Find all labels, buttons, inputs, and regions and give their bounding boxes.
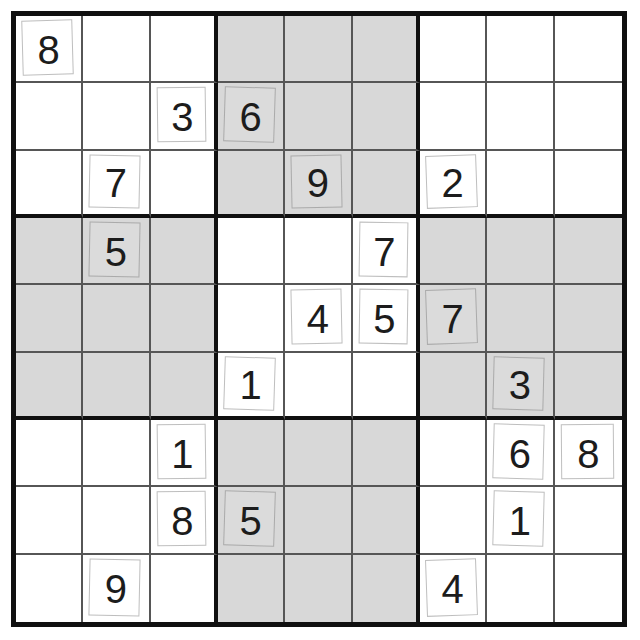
cell-r6c9[interactable]: [555, 353, 622, 420]
cell-r6c6[interactable]: [353, 353, 420, 420]
cell-r3c3[interactable]: [151, 151, 218, 218]
cell-r8c4[interactable]: 5: [218, 487, 285, 554]
given-digit: 1: [171, 432, 193, 474]
given-digit: 1: [240, 363, 262, 405]
given-digit: 4: [442, 567, 464, 609]
cell-r5c5[interactable]: 4: [285, 285, 352, 352]
cell-r5c6[interactable]: 5: [353, 285, 420, 352]
cell-r6c8[interactable]: 3: [487, 353, 554, 420]
cell-r2c7[interactable]: [420, 83, 487, 150]
given-digit: 7: [442, 297, 464, 339]
cell-r9c8[interactable]: [487, 555, 554, 622]
given-digit: 8: [171, 499, 193, 541]
cell-r4c4[interactable]: [218, 218, 285, 285]
cell-r2c5[interactable]: [285, 83, 352, 150]
cell-r4c5[interactable]: [285, 218, 352, 285]
cell-r8c9[interactable]: [555, 487, 622, 554]
cell-r2c4[interactable]: 6: [218, 83, 285, 150]
cell-r1c4[interactable]: [218, 16, 285, 83]
cell-r9c6[interactable]: [353, 555, 420, 622]
given-digit: 4: [307, 297, 329, 339]
cell-r4c7[interactable]: [420, 218, 487, 285]
cell-r7c7[interactable]: [420, 420, 487, 487]
cell-r2c6[interactable]: [353, 83, 420, 150]
cell-r9c9[interactable]: [555, 555, 622, 622]
cell-r6c2[interactable]: [83, 353, 150, 420]
given-digit: 6: [509, 432, 531, 474]
given-digit: 3: [171, 95, 193, 137]
cell-r5c8[interactable]: [487, 285, 554, 352]
cell-r9c1[interactable]: [16, 555, 83, 622]
cell-r9c7[interactable]: 4: [420, 555, 487, 622]
cell-r6c7[interactable]: [420, 353, 487, 420]
cell-r8c2[interactable]: [83, 487, 150, 554]
cell-r7c9[interactable]: 8: [555, 420, 622, 487]
given-digit: 8: [577, 432, 599, 474]
cell-r3c6[interactable]: [353, 151, 420, 218]
cell-r7c8[interactable]: 6: [487, 420, 554, 487]
cell-r5c2[interactable]: [83, 285, 150, 352]
given-digit: 6: [240, 95, 262, 137]
cell-r7c1[interactable]: [16, 420, 83, 487]
cell-r9c3[interactable]: [151, 555, 218, 622]
cell-r6c1[interactable]: [16, 353, 83, 420]
cell-r7c2[interactable]: [83, 420, 150, 487]
cell-r6c5[interactable]: [285, 353, 352, 420]
cell-r3c2[interactable]: 7: [83, 151, 150, 218]
cell-r5c9[interactable]: [555, 285, 622, 352]
given-digit: 8: [38, 28, 60, 70]
cell-r9c4[interactable]: [218, 555, 285, 622]
cell-r8c8[interactable]: 1: [487, 487, 554, 554]
cell-r4c3[interactable]: [151, 218, 218, 285]
cell-r7c3[interactable]: 1: [151, 420, 218, 487]
cell-r2c9[interactable]: [555, 83, 622, 150]
cell-r8c6[interactable]: [353, 487, 420, 554]
given-digit: 5: [105, 230, 127, 272]
cell-r9c5[interactable]: [285, 555, 352, 622]
cell-r7c6[interactable]: [353, 420, 420, 487]
cell-r6c4[interactable]: 1: [218, 353, 285, 420]
cell-r2c3[interactable]: 3: [151, 83, 218, 150]
cell-r4c6[interactable]: 7: [353, 218, 420, 285]
cell-r8c5[interactable]: [285, 487, 352, 554]
cell-r3c8[interactable]: [487, 151, 554, 218]
given-digit: 5: [373, 297, 395, 339]
cell-r8c1[interactable]: [16, 487, 83, 554]
cell-r1c5[interactable]: [285, 16, 352, 83]
sudoku-board: 836792574571316885194: [11, 11, 627, 627]
cell-r3c4[interactable]: [218, 151, 285, 218]
given-digit: 9: [105, 567, 127, 609]
cell-r5c7[interactable]: 7: [420, 285, 487, 352]
cell-r9c2[interactable]: 9: [83, 555, 150, 622]
given-digit: 7: [105, 161, 127, 203]
cell-r3c5[interactable]: 9: [285, 151, 352, 218]
cell-r1c7[interactable]: [420, 16, 487, 83]
given-digit: 9: [307, 161, 329, 203]
cell-r8c7[interactable]: [420, 487, 487, 554]
cell-r1c3[interactable]: [151, 16, 218, 83]
cell-r8c3[interactable]: 8: [151, 487, 218, 554]
given-digit: 5: [240, 499, 262, 541]
cell-r5c1[interactable]: [16, 285, 83, 352]
cell-r5c4[interactable]: [218, 285, 285, 352]
cell-r4c9[interactable]: [555, 218, 622, 285]
cell-r1c8[interactable]: [487, 16, 554, 83]
cell-r4c1[interactable]: [16, 218, 83, 285]
given-digit: 2: [442, 161, 464, 203]
cell-r3c1[interactable]: [16, 151, 83, 218]
cell-r3c7[interactable]: 2: [420, 151, 487, 218]
cell-r4c8[interactable]: [487, 218, 554, 285]
given-digit: 3: [509, 363, 531, 405]
cell-r7c5[interactable]: [285, 420, 352, 487]
cell-r6c3[interactable]: [151, 353, 218, 420]
given-digit: 7: [373, 230, 395, 272]
cell-r1c1[interactable]: 8: [16, 16, 83, 83]
cell-r7c4[interactable]: [218, 420, 285, 487]
cell-r1c6[interactable]: [353, 16, 420, 83]
cell-r4c2[interactable]: 5: [83, 218, 150, 285]
cell-r3c9[interactable]: [555, 151, 622, 218]
cell-r2c2[interactable]: [83, 83, 150, 150]
cell-r5c3[interactable]: [151, 285, 218, 352]
given-digit: 1: [509, 499, 531, 541]
cell-r2c1[interactable]: [16, 83, 83, 150]
cell-r1c2[interactable]: [83, 16, 150, 83]
cell-r1c9[interactable]: [555, 16, 622, 83]
cell-r2c8[interactable]: [487, 83, 554, 150]
